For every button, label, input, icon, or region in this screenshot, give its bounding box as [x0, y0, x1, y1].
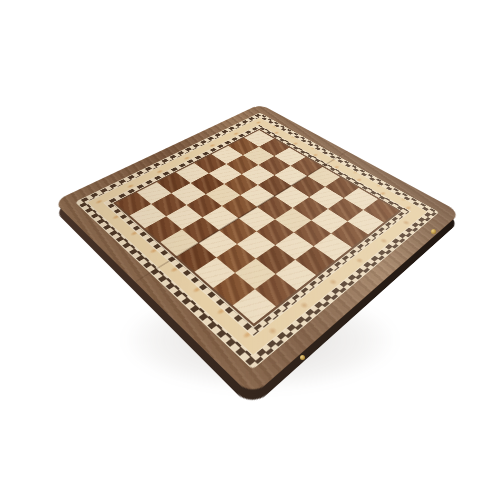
- perspective-scene: ♜♞♝♛♚♝♞♜♟♟♟♟♟♟♟♟♟♟♟♟♟♟♟♟♜♞♝♛♚♝♞♜: [0, 0, 500, 500]
- product-photo-stage: ♜♞♝♛♚♝♞♜♟♟♟♟♟♟♟♟♟♟♟♟♟♟♟♟♜♞♝♛♚♝♞♜: [0, 0, 500, 500]
- hinge-pin: [300, 355, 305, 360]
- chess-board: ♜♞♝♛♚♝♞♜♟♟♟♟♟♟♟♟♟♟♟♟♟♟♟♟♜♞♝♛♚♝♞♜: [54, 104, 461, 397]
- hinge-pin: [431, 229, 436, 234]
- camera-tilt-wrapper: ♜♞♝♛♚♝♞♜♟♟♟♟♟♟♟♟♟♟♟♟♟♟♟♟♜♞♝♛♚♝♞♜: [0, 0, 500, 500]
